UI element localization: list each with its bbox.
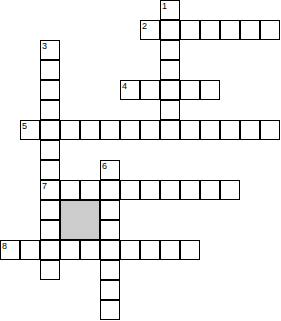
grid-cell[interactable] [180,80,200,100]
grid-cell[interactable]: 6 [100,160,120,180]
crossword-board: 12345678 [0,0,280,320]
grid-cell[interactable]: 5 [20,120,40,140]
grid-cell[interactable] [220,120,240,140]
grid-cell[interactable] [180,240,200,260]
grid-cell[interactable] [120,240,140,260]
clue-number: 3 [42,41,47,51]
grid-cell[interactable] [140,180,160,200]
grid-cell[interactable] [160,20,180,40]
grid-cell[interactable] [140,120,160,140]
grid-cell[interactable] [220,180,240,200]
grid-cell[interactable] [100,260,120,280]
grid-cell[interactable] [40,220,60,240]
grid-cell[interactable] [100,180,120,200]
grid-cell[interactable] [260,120,280,140]
grid-cell[interactable] [180,120,200,140]
grid-cell[interactable] [100,280,120,300]
grid-cell[interactable] [100,120,120,140]
grid-cell[interactable]: 8 [0,240,20,260]
crossword-page: 12345678 [0,0,281,321]
grid-cell[interactable] [100,300,120,320]
grid-cell[interactable] [180,180,200,200]
grid-cell[interactable] [40,160,60,180]
grid-cell[interactable] [80,240,100,260]
grid-cell[interactable] [60,120,80,140]
grid-cell[interactable] [220,20,240,40]
grid-cell[interactable]: 4 [120,80,140,100]
grid-cell[interactable] [160,180,180,200]
clue-number: 2 [142,21,147,31]
clue-number: 1 [162,1,167,11]
grid-cell[interactable] [40,140,60,160]
grid-cell[interactable] [40,60,60,80]
grid-cell[interactable] [160,240,180,260]
grid-cell[interactable]: 2 [140,20,160,40]
grid-cell[interactable] [120,120,140,140]
grid-cell[interactable] [40,120,60,140]
grid-cell[interactable] [240,20,260,40]
grid-cell[interactable] [20,240,40,260]
grid-cell[interactable] [40,200,60,220]
grid-cell[interactable] [40,80,60,100]
grid-cell[interactable] [160,120,180,140]
clue-number: 4 [122,81,127,91]
clue-number: 7 [42,181,47,191]
grid-cell[interactable] [60,240,80,260]
grid-cell[interactable] [80,120,100,140]
grid-cell[interactable] [160,80,180,100]
clue-number: 5 [22,121,27,131]
grid-cell[interactable] [200,120,220,140]
gray-image-block [60,200,100,240]
grid-cell[interactable] [60,180,80,200]
grid-cell[interactable] [240,120,260,140]
grid-cell[interactable] [40,260,60,280]
grid-cell[interactable] [100,240,120,260]
grid-cell[interactable] [40,240,60,260]
grid-cell[interactable] [200,180,220,200]
grid-cell[interactable] [120,180,140,200]
grid-cell[interactable] [140,80,160,100]
grid-cell[interactable] [160,40,180,60]
grid-cell[interactable] [200,20,220,40]
grid-cell[interactable] [160,100,180,120]
grid-cell[interactable]: 1 [160,0,180,20]
clue-number: 8 [2,241,7,251]
grid-cell[interactable] [80,180,100,200]
grid-cell[interactable] [100,200,120,220]
grid-cell[interactable] [100,220,120,240]
grid-cell[interactable] [160,60,180,80]
grid-cell[interactable] [40,100,60,120]
clue-number: 6 [102,161,107,171]
grid-cell[interactable] [260,20,280,40]
grid-cell[interactable]: 3 [40,40,60,60]
grid-cell[interactable]: 7 [40,180,60,200]
grid-cell[interactable] [200,80,220,100]
grid-cell[interactable] [140,240,160,260]
grid-cell[interactable] [180,20,200,40]
